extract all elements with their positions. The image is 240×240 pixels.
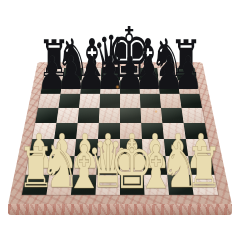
chess-set-photo: ♜♞♝♛♚♝♞♜♟♟♟♟♟♟♟♟♟♟♟♟♟♟♟♟♜♞♝♛♚♝♞♜ — [0, 0, 240, 240]
piece-white-rook-h1: ♜ — [186, 140, 222, 196]
pieces-layer: ♜♞♝♛♚♝♞♜♟♟♟♟♟♟♟♟♟♟♟♟♟♟♟♟♜♞♝♛♚♝♞♜ — [0, 0, 240, 240]
piece-black-pawn-h7: ♟ — [173, 50, 203, 96]
